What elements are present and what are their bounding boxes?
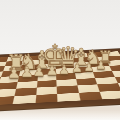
piece-white-pawn-4: ♟ bbox=[46, 63, 59, 77]
piece-white-pawn-2: ♟ bbox=[20, 65, 33, 80]
piece-white-pawn-8: ♟ bbox=[96, 59, 107, 71]
piece-white-pawn-1: ♟ bbox=[7, 66, 20, 81]
piece-white-pawn-7: ♟ bbox=[84, 61, 95, 73]
piece-white-pawn-3: ♟ bbox=[33, 64, 46, 78]
piece-white-pawn-6: ♟ bbox=[71, 61, 83, 74]
piece-white-pawn-5: ♟ bbox=[58, 63, 70, 76]
chess-set-photo-scene: ♜♞♝♚♛♝♞♜♟♟♟♟♟♟♟♟ bbox=[0, 0, 120, 120]
pieces-layer: ♜♞♝♚♛♝♞♜♟♟♟♟♟♟♟♟ bbox=[0, 0, 120, 120]
